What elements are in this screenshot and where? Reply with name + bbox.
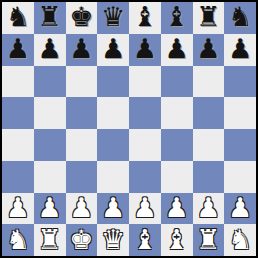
piece-white-rook: ♜ xyxy=(196,226,220,253)
square-c1[interactable]: ♚ xyxy=(66,224,98,256)
piece-black-pawn: ♟ xyxy=(165,35,189,62)
square-b1[interactable]: ♜ xyxy=(34,224,66,256)
piece-white-pawn: ♟ xyxy=(101,194,125,221)
piece-white-pawn: ♟ xyxy=(165,194,189,221)
square-d6[interactable] xyxy=(97,66,129,98)
square-g5[interactable] xyxy=(193,97,225,129)
piece-black-pawn: ♟ xyxy=(6,35,30,62)
piece-black-pawn: ♟ xyxy=(133,35,157,62)
piece-black-bishop: ♝ xyxy=(133,3,157,30)
piece-white-rook: ♜ xyxy=(38,226,62,253)
square-b7[interactable]: ♟ xyxy=(34,34,66,66)
square-g4[interactable] xyxy=(193,129,225,161)
square-g6[interactable] xyxy=(193,66,225,98)
square-e4[interactable] xyxy=(129,129,161,161)
chess-board: ♞♜♚♛♝♝♜♞♟♟♟♟♟♟♟♟♟♟♟♟♟♟♟♟♞♜♚♛♝♝♜♞ xyxy=(2,2,256,256)
piece-white-queen: ♛ xyxy=(101,226,125,253)
piece-white-bishop: ♝ xyxy=(133,226,157,253)
piece-black-queen: ♛ xyxy=(101,3,125,30)
square-f1[interactable]: ♝ xyxy=(161,224,193,256)
square-d1[interactable]: ♛ xyxy=(97,224,129,256)
square-h4[interactable] xyxy=(224,129,256,161)
square-c8[interactable]: ♚ xyxy=(66,2,98,34)
square-d2[interactable]: ♟ xyxy=(97,193,129,225)
square-h2[interactable]: ♟ xyxy=(224,193,256,225)
square-g8[interactable]: ♜ xyxy=(193,2,225,34)
square-e7[interactable]: ♟ xyxy=(129,34,161,66)
square-g2[interactable]: ♟ xyxy=(193,193,225,225)
piece-white-pawn: ♟ xyxy=(196,194,220,221)
square-h6[interactable] xyxy=(224,66,256,98)
piece-black-rook: ♜ xyxy=(196,3,220,30)
square-c5[interactable] xyxy=(66,97,98,129)
square-c4[interactable] xyxy=(66,129,98,161)
piece-black-knight: ♞ xyxy=(228,3,252,30)
square-h3[interactable] xyxy=(224,161,256,193)
square-g3[interactable] xyxy=(193,161,225,193)
square-c3[interactable] xyxy=(66,161,98,193)
square-b8[interactable]: ♜ xyxy=(34,2,66,34)
piece-black-pawn: ♟ xyxy=(101,35,125,62)
square-e1[interactable]: ♝ xyxy=(129,224,161,256)
square-f7[interactable]: ♟ xyxy=(161,34,193,66)
piece-white-pawn: ♟ xyxy=(6,194,30,221)
square-h7[interactable]: ♟ xyxy=(224,34,256,66)
piece-white-knight: ♞ xyxy=(6,226,30,253)
square-d7[interactable]: ♟ xyxy=(97,34,129,66)
piece-black-pawn: ♟ xyxy=(38,35,62,62)
square-b4[interactable] xyxy=(34,129,66,161)
square-g7[interactable]: ♟ xyxy=(193,34,225,66)
piece-white-knight: ♞ xyxy=(228,226,252,253)
piece-black-knight: ♞ xyxy=(6,3,30,30)
square-f4[interactable] xyxy=(161,129,193,161)
square-f3[interactable] xyxy=(161,161,193,193)
piece-black-pawn: ♟ xyxy=(228,35,252,62)
square-g1[interactable]: ♜ xyxy=(193,224,225,256)
square-f8[interactable]: ♝ xyxy=(161,2,193,34)
square-a5[interactable] xyxy=(2,97,34,129)
piece-black-king: ♚ xyxy=(69,3,93,30)
piece-white-king: ♚ xyxy=(69,226,93,253)
square-f2[interactable]: ♟ xyxy=(161,193,193,225)
square-e5[interactable] xyxy=(129,97,161,129)
square-a1[interactable]: ♞ xyxy=(2,224,34,256)
square-d5[interactable] xyxy=(97,97,129,129)
square-b5[interactable] xyxy=(34,97,66,129)
piece-white-pawn: ♟ xyxy=(38,194,62,221)
square-a2[interactable]: ♟ xyxy=(2,193,34,225)
piece-black-bishop: ♝ xyxy=(165,3,189,30)
piece-white-bishop: ♝ xyxy=(165,226,189,253)
square-b3[interactable] xyxy=(34,161,66,193)
square-a7[interactable]: ♟ xyxy=(2,34,34,66)
square-f5[interactable] xyxy=(161,97,193,129)
piece-black-pawn: ♟ xyxy=(69,35,93,62)
chess-board-frame: ♞♜♚♛♝♝♜♞♟♟♟♟♟♟♟♟♟♟♟♟♟♟♟♟♞♜♚♛♝♝♜♞ xyxy=(0,0,258,258)
square-e2[interactable]: ♟ xyxy=(129,193,161,225)
square-a8[interactable]: ♞ xyxy=(2,2,34,34)
square-e3[interactable] xyxy=(129,161,161,193)
square-h1[interactable]: ♞ xyxy=(224,224,256,256)
square-f6[interactable] xyxy=(161,66,193,98)
square-d3[interactable] xyxy=(97,161,129,193)
square-e6[interactable] xyxy=(129,66,161,98)
square-a4[interactable] xyxy=(2,129,34,161)
piece-white-pawn: ♟ xyxy=(228,194,252,221)
square-c6[interactable] xyxy=(66,66,98,98)
piece-black-pawn: ♟ xyxy=(196,35,220,62)
square-d4[interactable] xyxy=(97,129,129,161)
square-c7[interactable]: ♟ xyxy=(66,34,98,66)
square-a6[interactable] xyxy=(2,66,34,98)
square-h5[interactable] xyxy=(224,97,256,129)
piece-white-pawn: ♟ xyxy=(69,194,93,221)
square-d8[interactable]: ♛ xyxy=(97,2,129,34)
square-b6[interactable] xyxy=(34,66,66,98)
square-b2[interactable]: ♟ xyxy=(34,193,66,225)
square-e8[interactable]: ♝ xyxy=(129,2,161,34)
piece-white-pawn: ♟ xyxy=(133,194,157,221)
square-a3[interactable] xyxy=(2,161,34,193)
square-h8[interactable]: ♞ xyxy=(224,2,256,34)
square-c2[interactable]: ♟ xyxy=(66,193,98,225)
piece-black-rook: ♜ xyxy=(38,3,62,30)
